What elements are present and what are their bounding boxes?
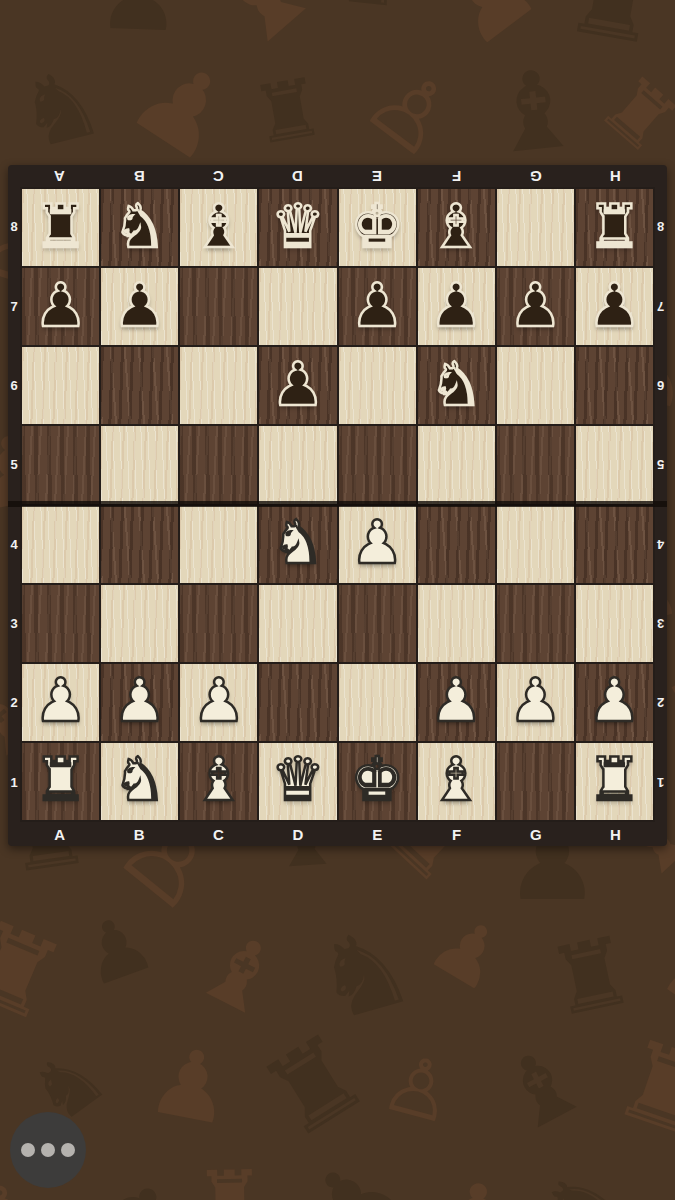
piece-black-pawn[interactable]: ♟ xyxy=(271,354,325,414)
background-piece-silhouette: ♜ xyxy=(540,922,642,1031)
menu-button[interactable] xyxy=(10,1112,86,1188)
rank-label-left-7: 7 xyxy=(8,266,20,345)
file-label-top-a: A xyxy=(20,168,99,185)
square-d1[interactable]: ♛ xyxy=(259,743,336,820)
square-a4[interactable] xyxy=(22,506,99,583)
rank-label-right-4: 4 xyxy=(655,505,667,584)
square-d3[interactable] xyxy=(259,585,336,662)
rank-label-right-3: 3 xyxy=(655,584,667,663)
rank-label-right-5: 5 xyxy=(655,425,667,504)
piece-white-knight[interactable]: ♞ xyxy=(113,749,167,809)
piece-black-rook[interactable]: ♜ xyxy=(588,196,642,256)
square-d2[interactable] xyxy=(259,664,336,741)
board-squares: ♜♞♝♛♚♝♜♟♟♟♟♟♟♟♞♞♟♟♟♟♟♟♟♜♞♝♛♚♝♜ xyxy=(20,187,655,822)
square-c1[interactable]: ♝ xyxy=(180,743,257,820)
square-d8[interactable]: ♛ xyxy=(259,189,336,266)
piece-white-pawn[interactable]: ♟ xyxy=(508,670,562,730)
square-a7[interactable]: ♟ xyxy=(22,268,99,345)
background-piece-silhouette: ♜ xyxy=(586,61,675,168)
piece-white-pawn[interactable]: ♟ xyxy=(113,670,167,730)
square-b1[interactable]: ♞ xyxy=(101,743,178,820)
background-piece-silhouette: ♜ xyxy=(193,1160,266,1200)
rank-label-right-6: 6 xyxy=(655,346,667,425)
background-piece-silhouette: ♙ xyxy=(666,0,675,32)
piece-black-pawn[interactable]: ♟ xyxy=(508,275,562,335)
square-d6[interactable]: ♟ xyxy=(259,347,336,424)
piece-white-king[interactable]: ♚ xyxy=(350,749,404,809)
square-c6[interactable] xyxy=(180,347,257,424)
piece-black-knight[interactable]: ♞ xyxy=(113,196,167,256)
square-b7[interactable]: ♟ xyxy=(101,268,178,345)
square-h6[interactable] xyxy=(576,347,653,424)
piece-white-pawn[interactable]: ♟ xyxy=(429,670,483,730)
square-e7[interactable]: ♟ xyxy=(339,268,416,345)
background-piece-silhouette: ♜ xyxy=(246,66,331,157)
file-label-bottom-f: F xyxy=(417,826,496,843)
piece-white-knight[interactable]: ♞ xyxy=(271,512,325,572)
square-c8[interactable]: ♝ xyxy=(180,189,257,266)
piece-black-pawn[interactable]: ♟ xyxy=(350,275,404,335)
square-g8[interactable] xyxy=(497,189,574,266)
square-b3[interactable] xyxy=(101,585,178,662)
piece-white-bishop[interactable]: ♝ xyxy=(192,749,246,809)
square-b4[interactable] xyxy=(101,506,178,583)
square-h4[interactable] xyxy=(576,506,653,583)
rank-label-right-8: 8 xyxy=(655,187,667,266)
square-a8[interactable]: ♜ xyxy=(22,189,99,266)
background-piece-silhouette: ♝ xyxy=(483,1028,602,1151)
background-piece-silhouette: ♟ xyxy=(141,1032,242,1140)
piece-white-pawn[interactable]: ♟ xyxy=(588,670,642,730)
square-a3[interactable] xyxy=(22,585,99,662)
square-a1[interactable]: ♜ xyxy=(22,743,99,820)
rank-label-right-7: 7 xyxy=(655,266,667,345)
square-b2[interactable]: ♟ xyxy=(101,664,178,741)
file-label-top-d: D xyxy=(258,168,337,185)
file-label-bottom-h: H xyxy=(576,826,655,843)
piece-black-rook[interactable]: ♜ xyxy=(34,196,88,256)
square-f6[interactable]: ♞ xyxy=(418,347,495,424)
file-label-bottom-c: C xyxy=(179,826,258,843)
square-h2[interactable]: ♟ xyxy=(576,664,653,741)
square-a6[interactable] xyxy=(22,347,99,424)
rank-labels-right: 87654321 xyxy=(655,187,667,822)
rank-label-left-6: 6 xyxy=(8,346,20,425)
square-h5[interactable] xyxy=(576,426,653,503)
rank-label-left-4: 4 xyxy=(8,505,20,584)
background-piece-silhouette: ♞ xyxy=(8,53,113,165)
background-piece-silhouette: ♟ xyxy=(657,1152,675,1200)
square-c4[interactable] xyxy=(180,506,257,583)
square-c3[interactable] xyxy=(180,585,257,662)
square-h1[interactable]: ♜ xyxy=(576,743,653,820)
piece-black-knight[interactable]: ♞ xyxy=(429,354,483,414)
piece-white-queen[interactable]: ♛ xyxy=(271,749,325,809)
background-piece-silhouette: ♙ xyxy=(349,49,473,175)
piece-black-king[interactable]: ♚ xyxy=(350,196,404,256)
piece-black-bishop[interactable]: ♝ xyxy=(192,196,246,256)
three-dots-menu-icon xyxy=(61,1143,75,1157)
square-h8[interactable]: ♜ xyxy=(576,189,653,266)
square-e4[interactable]: ♟ xyxy=(339,506,416,583)
square-c2[interactable]: ♟ xyxy=(180,664,257,741)
square-e2[interactable] xyxy=(339,664,416,741)
square-g2[interactable]: ♟ xyxy=(497,664,574,741)
square-g4[interactable] xyxy=(497,506,574,583)
square-f5[interactable] xyxy=(418,426,495,503)
file-label-bottom-b: B xyxy=(99,826,178,843)
square-g5[interactable] xyxy=(497,426,574,503)
square-e3[interactable] xyxy=(339,585,416,662)
rank-labels-left: 87654321 xyxy=(8,187,20,822)
rank-label-right-2: 2 xyxy=(655,663,667,742)
square-g1[interactable] xyxy=(497,743,574,820)
background-piece-silhouette: ♜ xyxy=(0,902,78,1039)
piece-black-pawn[interactable]: ♟ xyxy=(113,275,167,335)
rank-label-left-2: 2 xyxy=(8,663,20,742)
square-e5[interactable] xyxy=(339,426,416,503)
rank-label-left-3: 3 xyxy=(8,584,20,663)
square-e8[interactable]: ♚ xyxy=(339,189,416,266)
background-piece-silhouette: ♞ xyxy=(327,0,407,20)
file-label-bottom-a: A xyxy=(20,826,99,843)
file-label-top-f: F xyxy=(417,168,496,185)
file-labels-bottom: ABCDEFGH xyxy=(20,822,655,846)
square-g3[interactable] xyxy=(497,585,574,662)
rank-label-left-5: 5 xyxy=(8,425,20,504)
square-h3[interactable] xyxy=(576,585,653,662)
file-labels-top: ABCDEFGH xyxy=(20,165,655,187)
file-label-top-g: G xyxy=(496,168,575,185)
square-c5[interactable] xyxy=(180,426,257,503)
square-c7[interactable] xyxy=(180,268,257,345)
rank-label-left-8: 8 xyxy=(8,187,20,266)
square-e6[interactable] xyxy=(339,347,416,424)
piece-black-bishop[interactable]: ♝ xyxy=(429,196,483,256)
square-a2[interactable]: ♟ xyxy=(22,664,99,741)
square-d5[interactable] xyxy=(259,426,336,503)
piece-white-pawn[interactable]: ♟ xyxy=(192,670,246,730)
file-label-top-b: B xyxy=(99,168,178,185)
square-g6[interactable] xyxy=(497,347,574,424)
square-f8[interactable]: ♝ xyxy=(418,189,495,266)
square-a5[interactable] xyxy=(22,426,99,503)
chess-board: ABCDEFGH 87654321 ♜♞♝♛♚♝♜♟♟♟♟♟♟♟♞♞♟♟♟♟♟♟… xyxy=(8,165,667,846)
square-f2[interactable]: ♟ xyxy=(418,664,495,741)
square-d7[interactable] xyxy=(259,268,336,345)
square-e1[interactable]: ♚ xyxy=(339,743,416,820)
piece-black-pawn[interactable]: ♟ xyxy=(429,275,483,335)
background-piece-silhouette: ♞ xyxy=(528,1150,634,1200)
background-piece-silhouette: ♝ xyxy=(481,53,589,171)
square-g7[interactable]: ♟ xyxy=(497,268,574,345)
square-b6[interactable] xyxy=(101,347,178,424)
square-f3[interactable] xyxy=(418,585,495,662)
piece-white-pawn[interactable]: ♟ xyxy=(34,670,88,730)
file-label-bottom-e: E xyxy=(338,826,417,843)
square-h7[interactable]: ♟ xyxy=(576,268,653,345)
background-piece-silhouette: ♜ xyxy=(0,0,40,27)
file-label-top-c: C xyxy=(179,168,258,185)
piece-white-rook[interactable]: ♜ xyxy=(34,749,88,809)
three-dots-menu-icon xyxy=(41,1143,55,1157)
piece-black-pawn[interactable]: ♟ xyxy=(588,275,642,335)
three-dots-menu-icon xyxy=(21,1143,35,1157)
rank-label-left-1: 1 xyxy=(8,743,20,822)
square-f4[interactable] xyxy=(418,506,495,583)
file-label-bottom-d: D xyxy=(258,826,337,843)
square-b8[interactable]: ♞ xyxy=(101,189,178,266)
background-piece-silhouette: ♙ xyxy=(374,1041,464,1137)
background-piece-silhouette: ♜ xyxy=(602,1022,675,1156)
square-b5[interactable] xyxy=(101,426,178,503)
file-label-top-e: E xyxy=(338,168,417,185)
background-piece-silhouette: ♝ xyxy=(425,1169,527,1200)
piece-black-queen[interactable]: ♛ xyxy=(271,196,325,256)
piece-white-pawn[interactable]: ♟ xyxy=(350,512,404,572)
piece-white-rook[interactable]: ♜ xyxy=(588,749,642,809)
background-piece-silhouette: ♝ xyxy=(181,913,299,1035)
chess-app-screen: ♜♟♝♞♟♜♙♞♟♜♙♝♜♟♙♝♜♟♝♞♟♟♝♞♟♜♙♝♟♜♙♝♜♟♝♝♜♟♝♞… xyxy=(0,0,675,1200)
piece-black-pawn[interactable]: ♟ xyxy=(34,275,88,335)
file-label-bottom-g: G xyxy=(496,826,575,843)
rank-label-right-1: 1 xyxy=(655,743,667,822)
piece-white-bishop[interactable]: ♝ xyxy=(429,749,483,809)
square-f7[interactable]: ♟ xyxy=(418,268,495,345)
file-label-top-h: H xyxy=(576,168,655,185)
square-f1[interactable]: ♝ xyxy=(418,743,495,820)
square-d4[interactable]: ♞ xyxy=(259,506,336,583)
